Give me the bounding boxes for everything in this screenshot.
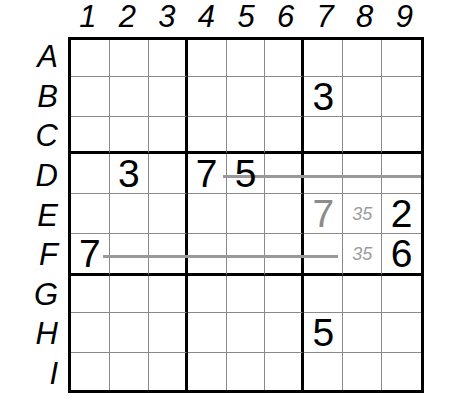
col-label-8: 8 <box>345 0 385 34</box>
cell-I4[interactable] <box>188 353 227 390</box>
candidates-F8: 35 <box>352 245 372 263</box>
cell-G6[interactable] <box>265 276 304 313</box>
cell-C4[interactable] <box>188 117 227 154</box>
col-label-5: 5 <box>226 0 266 34</box>
cell-A8[interactable] <box>343 40 382 77</box>
cell-H5[interactable] <box>227 313 266 353</box>
cell-D9[interactable] <box>382 154 421 194</box>
cell-D7[interactable] <box>304 154 343 194</box>
row-label-E: E <box>0 195 65 235</box>
cell-G2[interactable] <box>110 276 149 313</box>
cell-A2[interactable] <box>110 40 149 77</box>
cell-E8[interactable]: 35 <box>343 194 382 234</box>
given-digit-E9: 2 <box>391 194 413 233</box>
cell-E2[interactable] <box>110 194 149 234</box>
cell-C3[interactable] <box>149 117 188 154</box>
row-label-H: H <box>0 314 65 354</box>
col-label-4: 4 <box>187 0 227 34</box>
row-label-G: G <box>0 274 65 314</box>
cell-I5[interactable] <box>227 353 266 390</box>
cell-H1[interactable] <box>71 313 110 353</box>
cell-G3[interactable] <box>149 276 188 313</box>
row-labels: ABCDEFGHI <box>0 37 65 393</box>
sudoku-grid: 3375735273565 <box>68 37 424 393</box>
row-label-I: I <box>0 354 65 394</box>
cell-B7[interactable]: 3 <box>304 77 343 117</box>
cell-H2[interactable] <box>110 313 149 353</box>
cell-H9[interactable] <box>382 313 421 353</box>
cell-A7[interactable] <box>304 40 343 77</box>
row-label-C: C <box>0 116 65 156</box>
sudoku-board: 123456789 ABCDEFGHI 3375735273565 <box>0 0 472 401</box>
cell-B1[interactable] <box>71 77 110 117</box>
cell-B3[interactable] <box>149 77 188 117</box>
cell-E1[interactable] <box>71 194 110 234</box>
row-label-A: A <box>0 37 65 77</box>
cell-I8[interactable] <box>343 353 382 390</box>
cell-I6[interactable] <box>265 353 304 390</box>
cell-B4[interactable] <box>188 77 227 117</box>
pencil-digit-E7: 7 <box>312 194 334 233</box>
cell-B6[interactable] <box>265 77 304 117</box>
cell-D1[interactable] <box>71 154 110 194</box>
cell-B2[interactable] <box>110 77 149 117</box>
col-label-7: 7 <box>305 0 345 34</box>
cell-B5[interactable] <box>227 77 266 117</box>
cell-D6[interactable] <box>265 154 304 194</box>
cell-G9[interactable] <box>382 276 421 313</box>
cell-A1[interactable] <box>71 40 110 77</box>
cell-E9[interactable]: 2 <box>382 194 421 234</box>
given-digit-H7: 5 <box>312 313 334 352</box>
given-digit-F1: 7 <box>79 234 101 273</box>
cell-C7[interactable] <box>304 117 343 154</box>
cell-C6[interactable] <box>265 117 304 154</box>
cell-C1[interactable] <box>71 117 110 154</box>
cell-H8[interactable] <box>343 313 382 353</box>
cell-F9[interactable]: 6 <box>382 234 421 276</box>
given-digit-F9: 6 <box>391 234 413 273</box>
cell-D3[interactable] <box>149 154 188 194</box>
row-label-F: F <box>0 235 65 275</box>
cell-H7[interactable]: 5 <box>304 313 343 353</box>
given-digit-D2: 3 <box>118 154 140 193</box>
cell-I2[interactable] <box>110 353 149 390</box>
cell-A9[interactable] <box>382 40 421 77</box>
cell-E5[interactable] <box>227 194 266 234</box>
cell-I3[interactable] <box>149 353 188 390</box>
cell-C8[interactable] <box>343 117 382 154</box>
cell-A3[interactable] <box>149 40 188 77</box>
cell-D2[interactable]: 3 <box>110 154 149 194</box>
cell-C5[interactable] <box>227 117 266 154</box>
cell-D5[interactable]: 5 <box>227 154 266 194</box>
cell-F8[interactable]: 35 <box>343 234 382 276</box>
given-digit-D5: 5 <box>235 154 257 193</box>
cell-C9[interactable] <box>382 117 421 154</box>
col-label-2: 2 <box>108 0 148 34</box>
cell-H6[interactable] <box>265 313 304 353</box>
cell-G4[interactable] <box>188 276 227 313</box>
candidates-E8: 35 <box>352 205 372 223</box>
cell-B9[interactable] <box>382 77 421 117</box>
col-label-9: 9 <box>385 0 425 34</box>
cell-G7[interactable] <box>304 276 343 313</box>
cell-D4[interactable]: 7 <box>188 154 227 194</box>
given-digit-D4: 7 <box>196 154 218 193</box>
col-label-3: 3 <box>147 0 187 34</box>
cell-I1[interactable] <box>71 353 110 390</box>
cell-C2[interactable] <box>110 117 149 154</box>
cell-I9[interactable] <box>382 353 421 390</box>
given-digit-B7: 3 <box>312 77 334 116</box>
cell-E4[interactable] <box>188 194 227 234</box>
row-label-B: B <box>0 77 65 117</box>
col-label-6: 6 <box>266 0 306 34</box>
cell-B8[interactable] <box>343 77 382 117</box>
cell-D8[interactable] <box>343 154 382 194</box>
col-label-1: 1 <box>68 0 108 34</box>
cell-A6[interactable] <box>265 40 304 77</box>
column-labels: 123456789 <box>68 0 424 34</box>
cell-E7[interactable]: 7 <box>304 194 343 234</box>
cell-I7[interactable] <box>304 353 343 390</box>
cell-A4[interactable] <box>188 40 227 77</box>
cell-H4[interactable] <box>188 313 227 353</box>
cell-G1[interactable] <box>71 276 110 313</box>
cell-H3[interactable] <box>149 313 188 353</box>
cell-G5[interactable] <box>227 276 266 313</box>
cell-G8[interactable] <box>343 276 382 313</box>
row-label-D: D <box>0 156 65 196</box>
scan-line-row-f <box>103 255 338 258</box>
cell-A5[interactable] <box>227 40 266 77</box>
cell-E3[interactable] <box>149 194 188 234</box>
cell-E6[interactable] <box>265 194 304 234</box>
